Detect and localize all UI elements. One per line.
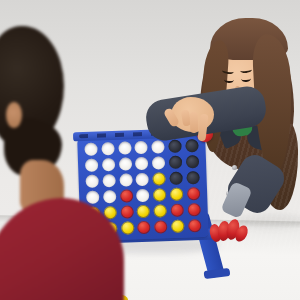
boy-red-sweater (0, 198, 124, 300)
boy-figure (0, 0, 300, 300)
photo-scene (0, 0, 300, 300)
boy-ear (6, 102, 22, 128)
